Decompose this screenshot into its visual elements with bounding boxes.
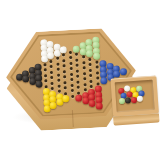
board-hole[interactable] [95,60,98,63]
board-hole[interactable] [70,89,73,92]
board-hole[interactable] [43,68,46,71]
board-hole[interactable] [44,79,47,82]
board-hole[interactable] [71,94,74,97]
board-hole[interactable] [76,69,79,72]
board-hole[interactable] [88,63,91,66]
storage-drawer[interactable] [110,75,160,125]
board-hole[interactable] [63,81,66,84]
board-hole[interactable] [89,69,92,72]
board-hole[interactable] [70,83,73,86]
board-hole[interactable] [77,86,80,89]
board-hole[interactable] [83,88,86,91]
board-hole[interactable] [43,63,46,66]
board-hole[interactable] [50,71,53,74]
peg-red[interactable] [95,102,102,109]
board-hole[interactable] [95,66,98,69]
board-hole[interactable] [62,54,65,57]
board-hole[interactable] [82,55,85,58]
board-hole[interactable] [50,65,53,68]
board-hole[interactable] [89,80,92,83]
board-star-grid [17,38,124,109]
board-hole[interactable] [63,76,66,79]
board-hole[interactable] [69,56,72,59]
board-hole[interactable] [76,80,79,83]
board-hole[interactable] [75,53,78,56]
board-hole[interactable] [49,60,52,63]
board-hole[interactable] [69,61,72,64]
board-hole[interactable] [57,79,60,82]
board-hole[interactable] [56,68,59,71]
board-hole[interactable] [50,82,53,85]
board-hole[interactable] [62,59,65,62]
board-hole[interactable] [70,78,73,81]
board-hole[interactable] [82,66,85,69]
peg-yellow[interactable] [62,95,69,102]
product-photo-scene [0,0,160,160]
board-hole[interactable] [63,70,66,73]
board-hole[interactable] [51,87,54,90]
board-hole[interactable] [96,77,99,80]
board-hole[interactable] [89,74,92,77]
board-hole[interactable] [82,61,85,64]
drawer-front-panel[interactable] [113,113,160,125]
board-hole[interactable] [88,58,91,61]
board-hole[interactable] [95,71,98,74]
board-hole[interactable] [56,57,59,60]
board-hole[interactable] [56,73,59,76]
board-hole[interactable] [69,67,72,70]
board-hole[interactable] [90,85,93,88]
drawer-peg-white[interactable] [137,95,143,101]
board-hole[interactable] [83,77,86,80]
board-hole[interactable] [64,86,67,89]
board-hole[interactable] [83,83,86,86]
board-hole[interactable] [50,76,53,79]
board-hole[interactable] [76,75,79,78]
peg-white[interactable] [60,46,67,53]
board-hole[interactable] [82,72,85,75]
peg-blue[interactable] [119,68,126,75]
board-hole[interactable] [43,74,46,77]
board-hole[interactable] [57,90,60,93]
board-hole[interactable] [75,58,78,61]
board-hole[interactable] [68,50,71,53]
drawer-recess [115,80,155,113]
board-hole[interactable] [63,65,66,68]
board-hole[interactable] [57,84,60,87]
peg-black[interactable] [35,80,42,87]
board-hole[interactable] [56,62,59,65]
board-hole[interactable] [75,64,78,67]
peg-green[interactable] [92,52,99,59]
board-hole[interactable] [69,72,72,75]
